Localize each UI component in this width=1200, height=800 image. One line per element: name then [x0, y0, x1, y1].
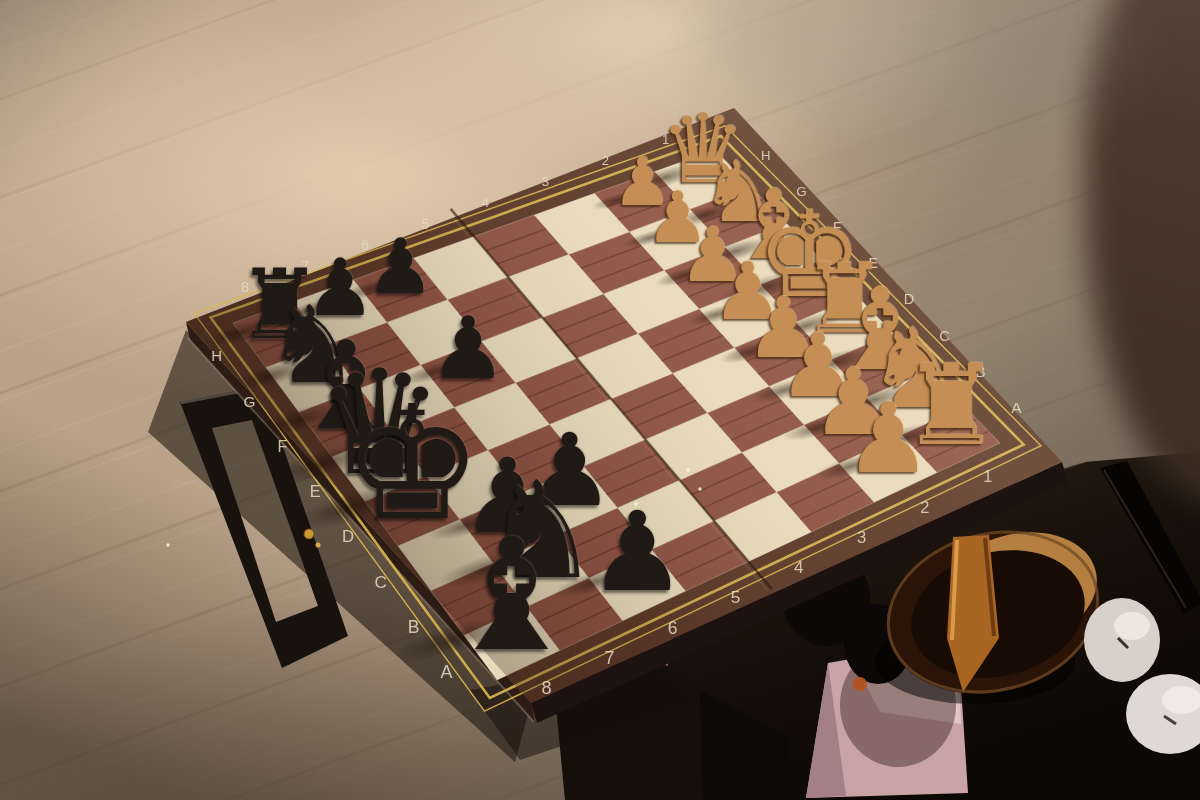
rank-label-4: 4: [482, 195, 490, 210]
black-bishop-a8[interactable]: ♝: [442, 519, 582, 675]
rank-label-3: 3: [857, 528, 866, 547]
file-label-A: A: [1011, 399, 1022, 416]
dust-speck: [698, 487, 702, 491]
rank-label-2: 2: [602, 153, 609, 168]
black-pawn-a6[interactable]: ♟: [588, 497, 687, 607]
rank-label-2: 2: [920, 498, 929, 516]
dust-speck: [686, 468, 690, 472]
rank-label-5: 5: [731, 587, 741, 607]
rank-label-7: 7: [605, 648, 615, 668]
rank-label-6: 6: [668, 618, 678, 638]
orange-marker: [853, 677, 867, 691]
white-pawn-a2[interactable]: ♟: [845, 391, 932, 488]
white-round-piece: [1084, 598, 1160, 682]
chess-board-scene: 8877665544332211HHGGFFEEDDCCBBAA: [0, 0, 1200, 800]
photo-scene: 8877665544332211HHGGFFEEDDCCBBAA ♛♟♞♟♝♟♟…: [0, 0, 1200, 800]
rank-label-3: 3: [542, 174, 549, 189]
black-pawn-h6[interactable]: ♟: [366, 229, 435, 305]
rank-label-4: 4: [794, 558, 803, 577]
dust-speck: [166, 543, 170, 547]
file-label-C: C: [375, 572, 387, 592]
